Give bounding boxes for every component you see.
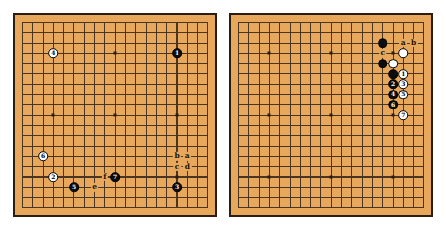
stone-white-2: 2 bbox=[49, 172, 59, 182]
star-point bbox=[268, 114, 271, 117]
stone-black-5: 5 bbox=[69, 183, 79, 193]
letter-c: c bbox=[379, 49, 387, 57]
letter-a: a bbox=[183, 152, 191, 160]
stone-white-1: 1 bbox=[399, 69, 409, 79]
letter-b: b bbox=[409, 39, 417, 47]
stone-white-5: 5 bbox=[399, 90, 409, 100]
board-grid-left: 1234567bacdef bbox=[22, 22, 208, 208]
star-point bbox=[392, 114, 395, 117]
stone-black-3: 3 bbox=[172, 183, 182, 193]
star-point bbox=[330, 114, 333, 117]
stone-white-7: 7 bbox=[399, 110, 409, 120]
star-point bbox=[52, 114, 55, 117]
letter-e: e bbox=[91, 183, 99, 191]
go-board-right: 1234567abc bbox=[229, 13, 433, 217]
star-point bbox=[392, 176, 395, 179]
star-point bbox=[176, 176, 179, 179]
stone-black-4: 4 bbox=[388, 90, 398, 100]
stone-black-P17 bbox=[378, 38, 388, 48]
star-point bbox=[268, 176, 271, 179]
letter-a: a bbox=[399, 39, 407, 47]
star-point bbox=[392, 52, 395, 55]
stone-black-1: 1 bbox=[172, 49, 182, 59]
stone-white-3: 3 bbox=[399, 80, 409, 90]
stone-white-6: 6 bbox=[38, 152, 48, 162]
stone-white-Q15 bbox=[388, 59, 398, 69]
letter-b: b bbox=[173, 152, 181, 160]
stone-black-P15 bbox=[378, 59, 388, 69]
letter-d: d bbox=[183, 163, 191, 171]
stone-black-Q14 bbox=[388, 69, 398, 79]
star-point bbox=[114, 52, 117, 55]
star-point bbox=[268, 52, 271, 55]
board-grid-right: 1234567abc bbox=[238, 22, 424, 208]
stone-white-R16 bbox=[399, 49, 409, 59]
star-point bbox=[114, 114, 117, 117]
stone-black-2: 2 bbox=[388, 80, 398, 90]
star-point bbox=[330, 176, 333, 179]
letter-f: f bbox=[102, 173, 108, 181]
go-board-left: 1234567bacdef bbox=[13, 13, 217, 217]
stone-black-7: 7 bbox=[110, 172, 120, 182]
star-point bbox=[176, 114, 179, 117]
stone-white-4: 4 bbox=[49, 49, 59, 59]
letter-c: c bbox=[173, 163, 181, 171]
star-point bbox=[330, 52, 333, 55]
stone-black-6: 6 bbox=[388, 100, 398, 110]
joseki-diagrams: 1234567bacdef 1234567abc bbox=[0, 0, 446, 217]
